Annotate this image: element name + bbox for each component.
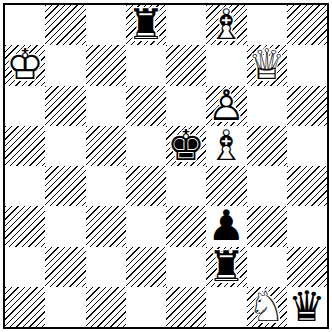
square-g1[interactable]: ♞♘ <box>247 287 287 327</box>
square-c5[interactable] <box>86 126 126 166</box>
square-e3[interactable] <box>166 206 206 246</box>
white-bishop-f5[interactable]: ♝♗ <box>206 126 246 166</box>
square-b1[interactable] <box>45 287 85 327</box>
square-d6[interactable] <box>126 86 166 126</box>
square-d4[interactable] <box>126 166 166 206</box>
square-f8[interactable]: ♝♗ <box>206 5 246 45</box>
black-pawn-f3[interactable]: ♟ <box>206 206 246 246</box>
piece-glyph-stack: ♞♘ <box>247 287 287 327</box>
square-g6[interactable] <box>247 86 287 126</box>
square-d1[interactable] <box>126 287 166 327</box>
square-e1[interactable] <box>166 287 206 327</box>
square-g7[interactable]: ♛♕ <box>247 45 287 85</box>
square-b8[interactable] <box>45 5 85 45</box>
square-a7[interactable]: ♚♔ <box>5 45 45 85</box>
piece-outline-layer: ♘ <box>248 286 286 328</box>
white-knight-g1[interactable]: ♞♘ <box>247 287 287 327</box>
square-c4[interactable] <box>86 166 126 206</box>
square-b2[interactable] <box>45 247 85 287</box>
square-h8[interactable] <box>287 5 327 45</box>
piece-glyph-stack: ♝♗ <box>206 5 246 45</box>
black-rook-f2[interactable]: ♜ <box>206 247 246 287</box>
square-a2[interactable] <box>5 247 45 287</box>
black-rook-d8[interactable]: ♜ <box>126 5 166 45</box>
square-g4[interactable] <box>247 166 287 206</box>
square-e7[interactable] <box>166 45 206 85</box>
square-c6[interactable] <box>86 86 126 126</box>
piece-outline-layer: ♗ <box>208 125 246 167</box>
square-d5[interactable] <box>126 126 166 166</box>
square-b3[interactable] <box>45 206 85 246</box>
square-a5[interactable] <box>5 126 45 166</box>
square-d3[interactable] <box>126 206 166 246</box>
white-pawn-f6[interactable]: ♟♙ <box>206 86 246 126</box>
square-a8[interactable] <box>5 5 45 45</box>
square-g8[interactable] <box>247 5 287 45</box>
square-f6[interactable]: ♟♙ <box>206 86 246 126</box>
square-b6[interactable] <box>45 86 85 126</box>
piece-glyph-stack: ♛♕ <box>247 45 287 85</box>
black-king-e5[interactable]: ♚ <box>166 126 206 166</box>
square-e2[interactable] <box>166 247 206 287</box>
square-e8[interactable] <box>166 5 206 45</box>
white-queen-g7[interactable]: ♛♕ <box>247 45 287 85</box>
square-a6[interactable] <box>5 86 45 126</box>
piece-glyph-stack: ♝♗ <box>206 126 246 166</box>
white-bishop-f8[interactable]: ♝♗ <box>206 5 246 45</box>
piece-glyph-stack: ♚♔ <box>5 45 45 85</box>
piece-outline-layer: ♕ <box>248 44 286 86</box>
square-h5[interactable] <box>287 126 327 166</box>
square-h1[interactable]: ♛ <box>287 287 327 327</box>
square-d8[interactable]: ♜ <box>126 5 166 45</box>
square-a1[interactable] <box>5 287 45 327</box>
square-d2[interactable] <box>126 247 166 287</box>
square-a4[interactable] <box>5 166 45 206</box>
square-c7[interactable] <box>86 45 126 85</box>
square-h3[interactable] <box>287 206 327 246</box>
square-g5[interactable] <box>247 126 287 166</box>
square-f7[interactable] <box>206 45 246 85</box>
square-a3[interactable] <box>5 206 45 246</box>
chess-board: ♜♝♗♚♔♛♕♟♙♚♝♗♟♜♞♘♛ <box>3 3 329 329</box>
white-king-a7[interactable]: ♚♔ <box>5 45 45 85</box>
square-f5[interactable]: ♝♗ <box>206 126 246 166</box>
piece-outline-layer: ♔ <box>6 44 44 86</box>
square-e5[interactable]: ♚ <box>166 126 206 166</box>
square-f1[interactable] <box>206 287 246 327</box>
square-h4[interactable] <box>287 166 327 206</box>
square-f2[interactable]: ♜ <box>206 247 246 287</box>
square-g2[interactable] <box>247 247 287 287</box>
chess-diagram: ♜♝♗♚♔♛♕♟♙♚♝♗♟♜♞♘♛ <box>0 0 332 332</box>
square-e4[interactable] <box>166 166 206 206</box>
square-b5[interactable] <box>45 126 85 166</box>
square-h2[interactable] <box>287 247 327 287</box>
square-c8[interactable] <box>86 5 126 45</box>
square-g3[interactable] <box>247 206 287 246</box>
square-h7[interactable] <box>287 45 327 85</box>
square-c1[interactable] <box>86 287 126 327</box>
square-f3[interactable]: ♟ <box>206 206 246 246</box>
square-c2[interactable] <box>86 247 126 287</box>
square-f4[interactable] <box>206 166 246 206</box>
square-e6[interactable] <box>166 86 206 126</box>
square-c3[interactable] <box>86 206 126 246</box>
piece-outline-layer: ♗ <box>208 4 246 46</box>
square-b7[interactable] <box>45 45 85 85</box>
square-d7[interactable] <box>126 45 166 85</box>
black-queen-h1[interactable]: ♛ <box>287 287 327 327</box>
square-h6[interactable] <box>287 86 327 126</box>
piece-glyph-stack: ♟♙ <box>206 86 246 126</box>
square-b4[interactable] <box>45 166 85 206</box>
